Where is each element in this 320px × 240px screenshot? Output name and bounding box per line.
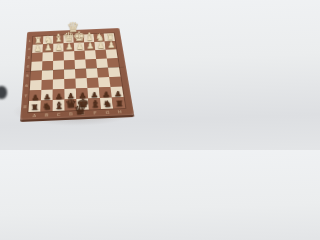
square-d6[interactable] (64, 79, 76, 89)
square-c8[interactable]: ♝ (53, 100, 65, 112)
extra-white-queen: ♛ (67, 21, 80, 35)
square-f5[interactable] (86, 68, 98, 78)
rank-label: 4 (24, 62, 32, 71)
square-a5[interactable] (30, 70, 42, 80)
file-label: H (113, 109, 126, 115)
piece-white-rook: ♜ (105, 32, 113, 41)
photo-scene: ♜♞♝♛♚♝♞♜♟♟♟♟♟♟♟♟♟♟♟♟♟♟♟♟♜♞♝♛♚♝♞♜ ABCDEFG… (9, 12, 141, 144)
piece-white-pawn: ♟ (86, 42, 94, 51)
piece-white-knight: ♞ (95, 32, 104, 42)
square-e7[interactable]: ♟ (76, 88, 88, 99)
square-b8[interactable]: ♞ (41, 100, 53, 112)
piece-black-rook: ♜ (30, 104, 39, 112)
square-d7[interactable]: ♟ (64, 89, 76, 100)
extra-black-queen: ♛ (73, 103, 87, 116)
square-b5[interactable] (42, 70, 53, 80)
piece-white-rook: ♜ (33, 35, 41, 44)
piece-white-bishop: ♝ (84, 31, 94, 42)
square-h7[interactable]: ♟ (110, 87, 123, 98)
square-a3[interactable] (32, 53, 43, 62)
piece-black-bishop: ♝ (53, 101, 64, 111)
board-grid: ♜♞♝♛♚♝♞♜♟♟♟♟♟♟♟♟♟♟♟♟♟♟♟♟♜♞♝♛♚♝♞♜ (28, 33, 125, 112)
square-h8[interactable]: ♜ (112, 97, 125, 108)
square-c7[interactable]: ♟ (53, 89, 65, 100)
background-object (0, 86, 7, 99)
piece-black-knight: ♞ (41, 102, 51, 111)
square-f7[interactable]: ♟ (87, 88, 100, 99)
piece-white-pawn: ♟ (107, 41, 115, 50)
piece-white-pawn: ♟ (75, 42, 83, 51)
square-c5[interactable] (53, 69, 64, 79)
file-label: F (89, 110, 102, 116)
piece-white-pawn: ♟ (54, 43, 62, 52)
rank-label: 3 (25, 53, 32, 62)
square-b7[interactable]: ♟ (41, 90, 53, 101)
piece-white-pawn: ♟ (96, 41, 104, 50)
square-h3[interactable] (106, 49, 118, 58)
square-f6[interactable] (87, 78, 99, 88)
square-h5[interactable] (108, 67, 120, 77)
square-e6[interactable] (75, 78, 87, 88)
square-c3[interactable] (53, 52, 64, 61)
square-d5[interactable] (64, 69, 75, 79)
square-d3[interactable] (64, 51, 75, 60)
square-c6[interactable] (53, 79, 65, 90)
piece-black-bishop: ♝ (89, 99, 100, 109)
piece-black-rook: ♜ (115, 100, 124, 108)
square-f8[interactable]: ♝ (88, 98, 101, 110)
square-b6[interactable] (41, 80, 53, 91)
square-a8[interactable]: ♜ (28, 101, 41, 113)
square-a2[interactable]: ♟ (32, 44, 43, 53)
square-a7[interactable]: ♟ (29, 90, 41, 101)
file-label: B (40, 112, 52, 118)
piece-white-pawn: ♟ (33, 44, 41, 53)
piece-black-pawn: ♟ (113, 90, 121, 98)
file-label: C (53, 112, 65, 118)
square-h6[interactable] (109, 77, 122, 87)
chess-board: ♜♞♝♛♚♝♞♜♟♟♟♟♟♟♟♟♟♟♟♟♟♟♟♟♜♞♝♛♚♝♞♜ ABCDEFG… (20, 28, 134, 120)
square-e5[interactable] (75, 69, 87, 79)
piece-white-knight: ♞ (43, 34, 52, 44)
piece-black-knight: ♞ (102, 100, 112, 109)
file-label: A (28, 113, 40, 119)
piece-white-pawn: ♟ (44, 44, 52, 53)
piece-white-pawn: ♟ (65, 43, 73, 52)
square-d2[interactable]: ♟ (64, 43, 75, 52)
piece-white-bishop: ♝ (53, 33, 63, 44)
square-a6[interactable] (30, 80, 42, 91)
file-label: G (101, 109, 114, 115)
